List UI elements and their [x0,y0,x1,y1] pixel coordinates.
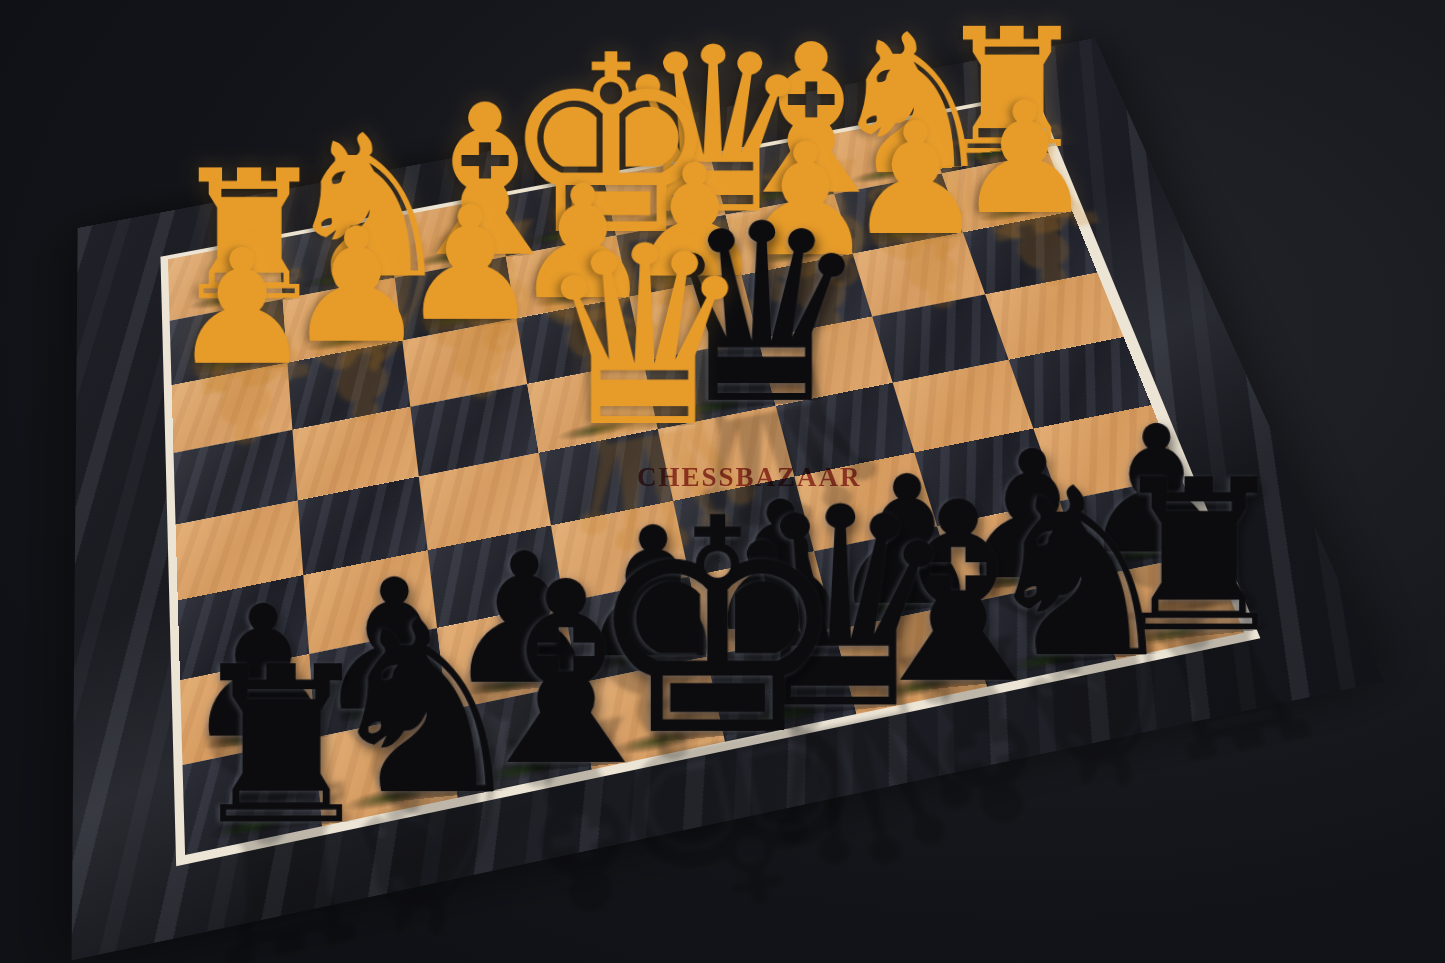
square-a6 [1033,405,1180,501]
piece-white-king: ♚ [501,23,611,269]
piece-white-rook: ♜ [169,147,281,326]
board-frame: ♜♜♞♞♝♝♚♚♛♛♝♝♞♞♜♜♟♟♟♟♟♟♟♟♟♟♟♟♟♟♟♟♛♛♛♛♟♟♟♟… [72,38,1384,960]
piece-reflection: ♜ [1092,567,1300,792]
piece-reflection: ♝ [446,688,621,963]
square-b5 [893,360,1034,453]
square-a5 [1009,337,1152,429]
piece-white-knight: ♞ [281,110,392,307]
board-border-line: ♜♜♞♞♝♝♚♚♛♛♝♝♞♞♜♜♟♟♟♟♟♟♟♟♟♟♟♟♟♟♟♟♛♛♛♛♟♟♟♟… [160,92,1260,866]
piece-white-rook: ♜ [934,6,1043,180]
board-scene: ♜♜♞♞♝♝♚♚♛♛♝♝♞♞♜♜♟♟♟♟♟♟♟♟♟♟♟♟♟♟♟♟♛♛♛♛♟♟♟♟… [80,0,1240,963]
piece-white-queen: ♛ [610,18,720,247]
piece-reflection: ♜ [181,754,334,963]
piece-white-bishop: ♝ [719,17,828,223]
piece-white-knight: ♞ [827,9,936,202]
chess-board: ♜♜♞♞♝♝♚♚♛♛♝♝♞♞♜♜♟♟♟♟♟♟♟♟♟♟♟♟♟♟♟♟♛♛♛♛♟♟♟♟… [72,38,1384,960]
piece-white-bishop: ♝ [391,78,502,287]
product-photo-stage: ♜♜♞♞♝♝♚♚♛♛♝♝♞♞♜♜♟♟♟♟♟♟♟♟♟♟♟♟♟♟♟♟♛♛♛♛♟♟♟♟… [0,0,1445,963]
board-grid: ♜♜♞♞♝♝♚♚♛♛♝♝♞♞♜♜♟♟♟♟♟♟♟♟♟♟♟♟♟♟♟♟♛♛♛♛♟♟♟♟… [168,98,1244,855]
square-g6 [303,550,437,654]
